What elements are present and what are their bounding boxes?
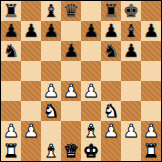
square-b2[interactable]: ♟ [21, 121, 41, 141]
black-rook[interactable]: ♜ [103, 1, 119, 21]
square-h7[interactable]: ♟ [141, 21, 161, 41]
white-bishop[interactable]: ♝ [43, 141, 59, 161]
square-g2[interactable]: ♟ [121, 121, 141, 141]
square-f5[interactable] [101, 61, 121, 81]
black-pawn[interactable]: ♟ [123, 41, 139, 61]
square-e1[interactable]: ♚ [81, 141, 101, 161]
square-b6[interactable] [21, 41, 41, 61]
black-pawn[interactable]: ♟ [83, 21, 99, 41]
square-a4[interactable] [1, 81, 21, 101]
square-g1[interactable] [121, 141, 141, 161]
square-d8[interactable]: ♛ [61, 1, 81, 21]
square-d2[interactable] [61, 121, 81, 141]
white-pawn[interactable]: ♟ [63, 81, 79, 101]
square-g6[interactable]: ♟ [121, 41, 141, 61]
white-pawn[interactable]: ♟ [43, 81, 59, 101]
square-c2[interactable] [41, 121, 61, 141]
square-e4[interactable]: ♟ [81, 81, 101, 101]
white-pawn[interactable]: ♟ [143, 121, 159, 141]
square-e7[interactable]: ♟ [81, 21, 101, 41]
square-h8[interactable] [141, 1, 161, 21]
white-bishop[interactable]: ♝ [83, 121, 99, 141]
white-rook[interactable]: ♜ [3, 141, 19, 161]
black-pawn[interactable]: ♟ [23, 21, 39, 41]
square-g7[interactable]: ♝ [121, 21, 141, 41]
white-knight[interactable]: ♞ [43, 101, 59, 121]
black-bishop[interactable]: ♝ [123, 21, 139, 41]
square-f2[interactable]: ♟ [101, 121, 121, 141]
black-pawn[interactable]: ♟ [3, 21, 19, 41]
white-rook[interactable]: ♜ [143, 141, 159, 161]
square-f8[interactable]: ♜ [101, 1, 121, 21]
black-pawn[interactable]: ♟ [103, 21, 119, 41]
square-e2[interactable]: ♝ [81, 121, 101, 141]
black-bishop[interactable]: ♝ [43, 1, 59, 21]
square-b8[interactable] [21, 1, 41, 21]
white-pawn[interactable]: ♟ [103, 121, 119, 141]
square-c5[interactable] [41, 61, 61, 81]
square-e8[interactable] [81, 1, 101, 21]
white-pawn[interactable]: ♟ [83, 81, 99, 101]
square-b5[interactable] [21, 61, 41, 81]
square-h4[interactable] [141, 81, 161, 101]
square-c7[interactable]: ♟ [41, 21, 61, 41]
square-f3[interactable]: ♞ [101, 101, 121, 121]
square-g8[interactable]: ♚ [121, 1, 141, 21]
chess-board: ♜♝♛♜♚♟♟♟♟♟♝♟♞♟♞♟♟♟♟♞♞♟♟♝♟♟♟♜♝♛♚♜ [0, 0, 162, 162]
square-b4[interactable] [21, 81, 41, 101]
black-knight[interactable]: ♞ [103, 41, 119, 61]
square-b3[interactable] [21, 101, 41, 121]
square-f4[interactable] [101, 81, 121, 101]
square-c3[interactable]: ♞ [41, 101, 61, 121]
square-e5[interactable] [81, 61, 101, 81]
square-a5[interactable] [1, 61, 21, 81]
black-king[interactable]: ♚ [123, 1, 139, 21]
chess-board-container: ♜♝♛♜♚♟♟♟♟♟♝♟♞♟♞♟♟♟♟♞♞♟♟♝♟♟♟♜♝♛♚♜ [0, 0, 162, 162]
square-e6[interactable] [81, 41, 101, 61]
black-knight[interactable]: ♞ [3, 41, 19, 61]
square-c1[interactable]: ♝ [41, 141, 61, 161]
black-pawn[interactable]: ♟ [63, 41, 79, 61]
white-knight[interactable]: ♞ [103, 101, 119, 121]
square-d5[interactable] [61, 61, 81, 81]
square-h1[interactable]: ♜ [141, 141, 161, 161]
square-f6[interactable]: ♞ [101, 41, 121, 61]
white-pawn[interactable]: ♟ [123, 121, 139, 141]
square-g5[interactable] [121, 61, 141, 81]
square-f7[interactable]: ♟ [101, 21, 121, 41]
square-c4[interactable]: ♟ [41, 81, 61, 101]
black-queen[interactable]: ♛ [63, 1, 79, 21]
square-a8[interactable]: ♜ [1, 1, 21, 21]
white-king[interactable]: ♚ [83, 141, 99, 161]
square-f1[interactable] [101, 141, 121, 161]
black-rook[interactable]: ♜ [3, 1, 19, 21]
square-d7[interactable] [61, 21, 81, 41]
square-c6[interactable] [41, 41, 61, 61]
square-g3[interactable] [121, 101, 141, 121]
square-b7[interactable]: ♟ [21, 21, 41, 41]
square-h3[interactable] [141, 101, 161, 121]
square-h2[interactable]: ♟ [141, 121, 161, 141]
square-c8[interactable]: ♝ [41, 1, 61, 21]
black-pawn[interactable]: ♟ [143, 21, 159, 41]
square-a3[interactable] [1, 101, 21, 121]
square-d4[interactable]: ♟ [61, 81, 81, 101]
white-pawn[interactable]: ♟ [3, 121, 19, 141]
square-d1[interactable]: ♛ [61, 141, 81, 161]
square-d3[interactable] [61, 101, 81, 121]
square-d6[interactable]: ♟ [61, 41, 81, 61]
white-queen[interactable]: ♛ [63, 141, 79, 161]
square-h6[interactable] [141, 41, 161, 61]
square-a6[interactable]: ♞ [1, 41, 21, 61]
square-g4[interactable] [121, 81, 141, 101]
square-b1[interactable] [21, 141, 41, 161]
square-a1[interactable]: ♜ [1, 141, 21, 161]
square-a7[interactable]: ♟ [1, 21, 21, 41]
black-pawn[interactable]: ♟ [43, 21, 59, 41]
square-h5[interactable] [141, 61, 161, 81]
square-a2[interactable]: ♟ [1, 121, 21, 141]
square-e3[interactable] [81, 101, 101, 121]
white-pawn[interactable]: ♟ [23, 121, 39, 141]
